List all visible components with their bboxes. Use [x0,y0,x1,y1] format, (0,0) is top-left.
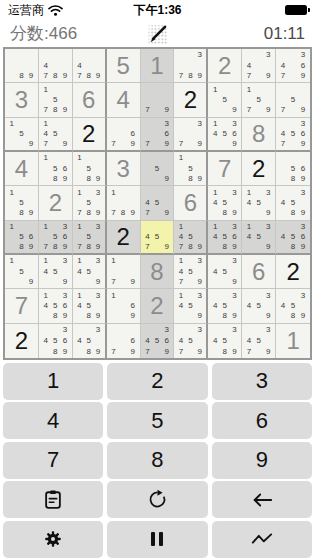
pencil-marks: 345689 [276,221,310,253]
pencil-marks: 679 [107,118,140,150]
game-header: 分数:466 01:11 [0,20,315,47]
pencil-marks: 159 [208,83,241,116]
user-digit: 2 [184,88,197,112]
grid-cell-r8c5[interactable]: 2 [141,289,175,323]
given-digit: 4 [116,88,129,112]
grid-cell-r8c1[interactable]: 7 [5,289,39,323]
pencil-marks: 34589 [73,324,105,358]
grid-cell-r6c5[interactable]: 4579 [141,221,175,255]
pencil-marks: 159 [5,118,38,150]
pencil-marks: 3789 [174,49,206,82]
pencil-marks: 59 [141,152,174,185]
notes-button[interactable] [3,481,103,518]
pencil-marks: 14579 [39,118,72,150]
grid-cell-r7c2[interactable]: 13459 [39,255,73,289]
sudoku-grid: 8947894789513789234793467931578964792159… [3,47,312,360]
given-digit: 4 [15,157,28,181]
grid-cell-r6c1[interactable]: 15689 [5,221,39,255]
grid-cell-r2c4[interactable]: 4 [107,83,141,117]
pencil-marks: 1589 [5,186,38,219]
pencil-marks: 345679 [276,118,310,150]
given-digit: 8 [252,122,265,146]
grid-cell-r2c3[interactable]: 6 [73,83,107,117]
grid-cell-r9c8[interactable]: 34579 [242,324,276,358]
battery-icon [285,5,307,15]
pause-button[interactable] [107,521,207,558]
given-digit: 7 [218,157,231,181]
pencil-marks: 1589 [73,152,105,185]
pencil-marks: 1579 [242,83,275,116]
given-digit: 1 [150,54,163,78]
numpad-button-9[interactable]: 9 [212,442,312,479]
grid-cell-r9c4[interactable]: 679 [107,324,141,358]
given-digit: 2 [218,54,231,78]
pencil-marks: 13459 [174,289,206,322]
pencil-marks: 13459 [242,186,275,219]
pencil-marks: 3679 [141,118,174,150]
grid-cell-r3c3[interactable]: 2 [73,118,107,152]
pencil-marks: 34589 [208,324,241,358]
grid-cell-r9c1[interactable]: 2 [5,324,39,358]
grid-cell-r5c5[interactable]: 4579 [141,186,175,220]
gear-icon [43,529,63,549]
grid-cell-r7c7[interactable]: 3459 [208,255,242,289]
grid-cell-r4c7[interactable]: 7 [208,152,242,186]
given-digit: 7 [15,294,28,318]
numpad-button-1[interactable]: 1 [3,363,103,400]
grid-cell-r8c7[interactable]: 34589 [208,289,242,323]
user-digit: 2 [286,260,299,284]
given-digit: 2 [49,191,62,215]
pencil-marks-off-icon[interactable] [147,24,168,45]
grid-cell-r3c4[interactable]: 679 [107,118,141,152]
grid-cell-r4c3[interactable]: 1589 [73,152,107,186]
pencil-marks: 134589 [73,289,105,322]
pencil-marks: 1345689 [39,289,72,322]
backspace-button[interactable] [212,481,312,518]
pencil-marks: 134579 [174,255,206,288]
grid-cell-r9c5[interactable]: 345679 [141,324,175,358]
score-label: 分数:466 [10,22,77,45]
trend-line-icon [251,531,273,547]
pencil-marks: 34589 [276,289,310,322]
grid-cell-r5c1[interactable]: 1589 [5,186,39,220]
given-digit: 3 [15,88,28,112]
pencil-marks: 15789 [39,83,72,116]
pencil-marks: 135789 [73,186,105,219]
grid-cell-r5c4[interactable]: 1789 [107,186,141,220]
user-digit: 2 [116,225,129,249]
pencil-marks: 134589 [208,186,241,219]
grid-cell-r8c4[interactable]: 169 [107,289,141,323]
grid-cell-r8c3[interactable]: 134589 [73,289,107,323]
grid-cell-r8c2[interactable]: 1345689 [39,289,73,323]
grid-cell-r9c6[interactable]: 34579 [174,324,208,358]
pencil-marks: 4579 [141,186,174,219]
numpad-button-5[interactable]: 5 [107,402,207,439]
grid-cell-r4c6[interactable]: 1589 [174,152,208,186]
given-digit: 6 [252,260,265,284]
grid-cell-r7c3[interactable]: 13459 [73,255,107,289]
grid-cell-r2c1[interactable]: 3 [5,83,39,117]
pencil-marks: 135789 [73,221,105,253]
grid-cell-r6c7[interactable]: 1345689 [208,221,242,255]
grid-cell-r6c3[interactable]: 135789 [73,221,107,255]
grid-cell-r3c9[interactable]: 345679 [276,118,310,152]
grid-cell-r9c2[interactable]: 345689 [39,324,73,358]
grid-cell-r4c9[interactable]: 5689 [276,152,310,186]
pencil-marks: 345689 [39,324,72,358]
numpad-button-6[interactable]: 6 [212,402,312,439]
grid-cell-r8c9[interactable]: 34589 [276,289,310,323]
grid-cell-r1c1[interactable]: 89 [5,49,39,83]
grid-cell-r1c5[interactable]: 1 [141,49,175,83]
grid-cell-r3c2[interactable]: 14579 [39,118,73,152]
clock: 下午1:36 [0,2,315,19]
grid-cell-r6c9[interactable]: 345689 [276,221,310,255]
given-digit: 3 [116,157,129,181]
given-digit: 6 [184,191,197,215]
pencil-marks: 89 [5,49,38,82]
left-arrow-icon [251,491,273,509]
grid-cell-r7c8[interactable]: 6 [242,255,276,289]
user-digit: 2 [252,157,265,181]
given-digit: 8 [150,260,163,284]
pause-icon [151,532,163,546]
pencil-marks: 3479 [242,49,275,82]
pencil-marks: 34579 [174,324,206,358]
numpad-button-4[interactable]: 4 [3,402,103,439]
grid-cell-r2c9[interactable]: 579 [276,83,310,117]
grid-cell-r2c8[interactable]: 1579 [242,83,276,117]
grid-cell-r4c8[interactable]: 2 [242,152,276,186]
pencil-marks: 34579 [242,324,275,358]
pencil-marks: 4789 [73,49,105,82]
given-digit: 2 [150,294,163,318]
user-digit: 2 [15,329,28,353]
pencil-marks: 15689 [39,152,72,185]
pencil-marks: 34589 [208,289,241,322]
given-digit: 5 [116,54,129,78]
grid-cell-r1c2[interactable]: 4789 [39,49,73,83]
pencil-marks: 169 [107,289,140,322]
pencil-marks: 79 [141,83,174,116]
grid-cell-r2c2[interactable]: 15789 [39,83,73,117]
pencil-marks: 3459 [208,255,241,288]
grid-cell-r5c9[interactable]: 34589 [276,186,310,220]
pencil-marks: 379 [174,118,206,150]
grid-cell-r4c4[interactable]: 3 [107,152,141,186]
grid-cell-r9c9[interactable]: 1 [276,324,310,358]
pencil-marks: 4789 [39,49,72,82]
pencil-marks: 5689 [276,152,310,185]
grid-cell-r7c6[interactable]: 134579 [174,255,208,289]
pencil-marks: 4579 [141,221,174,253]
grid-cell-r5c2[interactable]: 2 [39,186,73,220]
given-digit: 1 [286,329,299,353]
grid-cell-r5c6[interactable]: 6 [174,186,208,220]
grid-cell-r2c5[interactable]: 79 [141,83,175,117]
timer-label: 01:11 [264,24,305,44]
settings-button[interactable] [3,521,103,558]
grid-cell-r4c5[interactable]: 59 [141,152,175,186]
grid-cell-r6c4[interactable]: 2 [107,221,141,255]
grid-cell-r3c6[interactable]: 379 [174,118,208,152]
pencil-marks: 145789 [174,221,206,253]
grid-cell-r9c7[interactable]: 34589 [208,324,242,358]
numpad-button-3[interactable]: 3 [212,363,312,400]
pencil-marks: 3459 [242,289,275,322]
grid-cell-r3c8[interactable]: 8 [242,118,276,152]
pencil-marks: 13459 [39,255,72,288]
grid-cell-r2c7[interactable]: 159 [208,83,242,117]
redo-button[interactable] [107,481,207,518]
numpad-button-7[interactable]: 7 [3,442,103,479]
grid-cell-r7c1[interactable]: 159 [5,255,39,289]
pencil-marks: 13459 [73,255,105,288]
numpad-button-2[interactable]: 2 [107,363,207,400]
grid-cell-r5c8[interactable]: 13459 [242,186,276,220]
pencil-marks: 34679 [276,49,310,82]
grid-cell-r8c6[interactable]: 13459 [174,289,208,323]
control-pad [3,481,312,558]
grid-cell-r5c3[interactable]: 135789 [73,186,107,220]
grid-cell-r7c4[interactable]: 179 [107,255,141,289]
grid-cell-r7c5[interactable]: 8 [141,255,175,289]
grid-cell-r1c4[interactable]: 5 [107,49,141,83]
pencil-marks: 1356789 [39,221,72,253]
grid-cell-r8c8[interactable]: 3459 [242,289,276,323]
pencil-marks: 15689 [5,221,38,253]
pencil-marks: 1345689 [208,221,241,253]
grid-cell-r9c3[interactable]: 34589 [73,324,107,358]
grid-cell-r3c7[interactable]: 134569 [208,118,242,152]
grid-cell-r5c7[interactable]: 134589 [208,186,242,220]
grid-cell-r4c1[interactable]: 4 [5,152,39,186]
notes-icon [42,489,64,511]
grid-cell-r7c9[interactable]: 2 [276,255,310,289]
number-pad: 123456789 [3,363,312,479]
grid-cell-r3c5[interactable]: 3679 [141,118,175,152]
pencil-marks: 179 [107,255,140,288]
grid-cell-r1c3[interactable]: 4789 [73,49,107,83]
pencil-marks: 1789 [107,186,140,219]
pencil-marks: 13459 [242,221,275,253]
grid-cell-r2c6[interactable]: 2 [174,83,208,117]
pencil-marks: 679 [107,324,140,358]
stats-button[interactable] [212,521,312,558]
redo-icon [147,489,168,510]
pencil-marks: 34589 [276,186,310,219]
grid-cell-r1c8[interactable]: 3479 [242,49,276,83]
grid-cell-r3c1[interactable]: 159 [5,118,39,152]
status-bar: 运营商 下午1:36 [0,0,315,20]
user-digit: 2 [82,122,95,146]
pencil-marks: 1589 [174,152,206,185]
grid-cell-r4c2[interactable]: 15689 [39,152,73,186]
grid-cell-r6c2[interactable]: 1356789 [39,221,73,255]
pencil-marks: 345679 [141,324,174,358]
grid-cell-r6c8[interactable]: 13459 [242,221,276,255]
numpad-button-8[interactable]: 8 [107,442,207,479]
grid-cell-r1c9[interactable]: 34679 [276,49,310,83]
grid-cell-r1c6[interactable]: 3789 [174,49,208,83]
pencil-marks: 579 [276,83,310,116]
grid-cell-r6c6[interactable]: 145789 [174,221,208,255]
pencil-marks: 134569 [208,118,241,150]
pencil-marks: 159 [5,255,38,288]
grid-cell-r1c7[interactable]: 2 [208,49,242,83]
given-digit: 6 [82,88,95,112]
